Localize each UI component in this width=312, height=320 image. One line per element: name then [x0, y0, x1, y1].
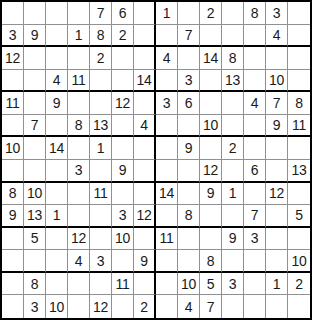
empty-cell-r8c8[interactable]: [156, 160, 178, 183]
empty-cell-r5c10[interactable]: [200, 92, 222, 115]
given-cell-r8c6[interactable]: 9: [112, 160, 134, 183]
empty-cell-r12c8[interactable]: [156, 250, 178, 273]
empty-cell-r5c11[interactable]: [222, 92, 244, 115]
empty-cell-r13c7[interactable]: [134, 273, 156, 296]
empty-cell-r9c6[interactable]: [112, 183, 134, 206]
given-cell-r2c1[interactable]: 3: [2, 25, 24, 48]
given-cell-r3c11[interactable]: 8: [222, 47, 244, 70]
empty-cell-r9c4[interactable]: [68, 183, 90, 206]
given-cell-r10c7[interactable]: 12: [134, 205, 156, 228]
given-cell-r11c8[interactable]: 11: [156, 228, 178, 251]
empty-cell-r7c14[interactable]: [288, 137, 310, 160]
empty-cell-r11c3[interactable]: [46, 228, 68, 251]
given-cell-r12c4[interactable]: 4: [68, 250, 90, 273]
given-cell-r1c8[interactable]: 1: [156, 2, 178, 25]
empty-cell-r11c14[interactable]: [288, 228, 310, 251]
given-cell-r9c8[interactable]: 14: [156, 183, 178, 206]
empty-cell-r11c7[interactable]: [134, 228, 156, 251]
given-cell-r6c7[interactable]: 4: [134, 115, 156, 138]
given-cell-r11c11[interactable]: 9: [222, 228, 244, 251]
given-cell-r1c12[interactable]: 8: [244, 2, 266, 25]
empty-cell-r14c11[interactable]: [222, 295, 244, 318]
empty-cell-r8c13[interactable]: [266, 160, 288, 183]
given-cell-r1c13[interactable]: 3: [266, 2, 288, 25]
empty-cell-r4c12[interactable]: [244, 70, 266, 93]
given-cell-r9c2[interactable]: 10: [24, 183, 46, 206]
given-cell-r6c2[interactable]: 7: [24, 115, 46, 138]
empty-cell-r11c13[interactable]: [266, 228, 288, 251]
given-cell-r12c7[interactable]: 9: [134, 250, 156, 273]
empty-cell-r1c3[interactable]: [46, 2, 68, 25]
empty-cell-r10c11[interactable]: [222, 205, 244, 228]
empty-cell-r3c7[interactable]: [134, 47, 156, 70]
empty-cell-r4c10[interactable]: [200, 70, 222, 93]
empty-cell-r13c5[interactable]: [90, 273, 112, 296]
empty-cell-r5c5[interactable]: [90, 92, 112, 115]
empty-cell-r1c14[interactable]: [288, 2, 310, 25]
empty-cell-r1c7[interactable]: [134, 2, 156, 25]
empty-cell-r4c5[interactable]: [90, 70, 112, 93]
given-cell-r4c13[interactable]: 10: [266, 70, 288, 93]
given-cell-r2c5[interactable]: 8: [90, 25, 112, 48]
empty-cell-r12c3[interactable]: [46, 250, 68, 273]
empty-cell-r12c9[interactable]: [178, 250, 200, 273]
empty-cell-r3c9[interactable]: [178, 47, 200, 70]
given-cell-r12c10[interactable]: 8: [200, 250, 222, 273]
given-cell-r8c14[interactable]: 13: [288, 160, 310, 183]
given-cell-r2c9[interactable]: 7: [178, 25, 200, 48]
empty-cell-r12c1[interactable]: [2, 250, 24, 273]
given-cell-r14c9[interactable]: 4: [178, 295, 200, 318]
empty-cell-r11c1[interactable]: [2, 228, 24, 251]
given-cell-r10c3[interactable]: 1: [46, 205, 68, 228]
given-cell-r4c4[interactable]: 11: [68, 70, 90, 93]
empty-cell-r5c4[interactable]: [68, 92, 90, 115]
empty-cell-r10c4[interactable]: [68, 205, 90, 228]
empty-cell-r4c2[interactable]: [24, 70, 46, 93]
empty-cell-r3c13[interactable]: [266, 47, 288, 70]
empty-cell-r2c3[interactable]: [46, 25, 68, 48]
empty-cell-r11c5[interactable]: [90, 228, 112, 251]
empty-cell-r9c7[interactable]: [134, 183, 156, 206]
given-cell-r9c13[interactable]: 12: [266, 183, 288, 206]
given-cell-r12c5[interactable]: 3: [90, 250, 112, 273]
empty-cell-r6c1[interactable]: [2, 115, 24, 138]
given-cell-r14c10[interactable]: 7: [200, 295, 222, 318]
given-cell-r1c10[interactable]: 2: [200, 2, 222, 25]
given-cell-r3c1[interactable]: 12: [2, 47, 24, 70]
empty-cell-r10c13[interactable]: [266, 205, 288, 228]
empty-cell-r8c9[interactable]: [178, 160, 200, 183]
given-cell-r14c3[interactable]: 10: [46, 295, 68, 318]
empty-cell-r6c11[interactable]: [222, 115, 244, 138]
empty-cell-r9c3[interactable]: [46, 183, 68, 206]
given-cell-r9c11[interactable]: 1: [222, 183, 244, 206]
empty-cell-r12c13[interactable]: [266, 250, 288, 273]
given-cell-r5c6[interactable]: 12: [112, 92, 134, 115]
given-cell-r4c11[interactable]: 13: [222, 70, 244, 93]
given-cell-r1c6[interactable]: 6: [112, 2, 134, 25]
given-cell-r12c14[interactable]: 10: [288, 250, 310, 273]
empty-cell-r3c3[interactable]: [46, 47, 68, 70]
given-cell-r7c9[interactable]: 9: [178, 137, 200, 160]
given-cell-r8c10[interactable]: 12: [200, 160, 222, 183]
empty-cell-r9c14[interactable]: [288, 183, 310, 206]
given-cell-r5c1[interactable]: 11: [2, 92, 24, 115]
empty-cell-r7c7[interactable]: [134, 137, 156, 160]
empty-cell-r4c6[interactable]: [112, 70, 134, 93]
given-cell-r7c11[interactable]: 2: [222, 137, 244, 160]
empty-cell-r7c6[interactable]: [112, 137, 134, 160]
given-cell-r14c2[interactable]: 3: [24, 295, 46, 318]
given-cell-r13c2[interactable]: 8: [24, 273, 46, 296]
given-cell-r10c6[interactable]: 3: [112, 205, 134, 228]
given-cell-r11c2[interactable]: 5: [24, 228, 46, 251]
sudoku-board: 7612833918274122414841114313101191236478…: [0, 0, 312, 320]
given-cell-r13c13[interactable]: 1: [266, 273, 288, 296]
empty-cell-r2c11[interactable]: [222, 25, 244, 48]
given-cell-r6c10[interactable]: 10: [200, 115, 222, 138]
empty-cell-r13c1[interactable]: [2, 273, 24, 296]
given-cell-r10c12[interactable]: 7: [244, 205, 266, 228]
given-cell-r9c1[interactable]: 8: [2, 183, 24, 206]
empty-cell-r14c6[interactable]: [112, 295, 134, 318]
given-cell-r6c4[interactable]: 8: [68, 115, 90, 138]
given-cell-r14c7[interactable]: 2: [134, 295, 156, 318]
given-cell-r11c4[interactable]: 12: [68, 228, 90, 251]
empty-cell-r12c11[interactable]: [222, 250, 244, 273]
given-cell-r6c13[interactable]: 9: [266, 115, 288, 138]
given-cell-r5c3[interactable]: 9: [46, 92, 68, 115]
given-cell-r8c12[interactable]: 6: [244, 160, 266, 183]
empty-cell-r8c5[interactable]: [90, 160, 112, 183]
empty-cell-r12c12[interactable]: [244, 250, 266, 273]
empty-cell-r13c12[interactable]: [244, 273, 266, 296]
given-cell-r13c9[interactable]: 10: [178, 273, 200, 296]
empty-cell-r6c3[interactable]: [46, 115, 68, 138]
given-cell-r10c9[interactable]: 8: [178, 205, 200, 228]
empty-cell-r1c9[interactable]: [178, 2, 200, 25]
empty-cell-r14c8[interactable]: [156, 295, 178, 318]
empty-cell-r7c4[interactable]: [68, 137, 90, 160]
given-cell-r5c12[interactable]: 4: [244, 92, 266, 115]
given-cell-r5c8[interactable]: 3: [156, 92, 178, 115]
empty-cell-r6c8[interactable]: [156, 115, 178, 138]
empty-cell-r6c12[interactable]: [244, 115, 266, 138]
empty-cell-r14c13[interactable]: [266, 295, 288, 318]
empty-cell-r7c12[interactable]: [244, 137, 266, 160]
empty-cell-r13c3[interactable]: [46, 273, 68, 296]
given-cell-r9c5[interactable]: 11: [90, 183, 112, 206]
empty-cell-r9c12[interactable]: [244, 183, 266, 206]
empty-cell-r8c11[interactable]: [222, 160, 244, 183]
given-cell-r4c9[interactable]: 3: [178, 70, 200, 93]
empty-cell-r10c8[interactable]: [156, 205, 178, 228]
empty-cell-r14c4[interactable]: [68, 295, 90, 318]
given-cell-r11c12[interactable]: 3: [244, 228, 266, 251]
given-cell-r6c5[interactable]: 13: [90, 115, 112, 138]
given-cell-r13c6[interactable]: 11: [112, 273, 134, 296]
empty-cell-r10c10[interactable]: [200, 205, 222, 228]
empty-cell-r3c4[interactable]: [68, 47, 90, 70]
given-cell-r4c7[interactable]: 14: [134, 70, 156, 93]
empty-cell-r4c14[interactable]: [288, 70, 310, 93]
empty-cell-r11c10[interactable]: [200, 228, 222, 251]
empty-cell-r6c9[interactable]: [178, 115, 200, 138]
given-cell-r3c8[interactable]: 4: [156, 47, 178, 70]
empty-cell-r7c13[interactable]: [266, 137, 288, 160]
empty-cell-r4c1[interactable]: [2, 70, 24, 93]
given-cell-r3c10[interactable]: 14: [200, 47, 222, 70]
empty-cell-r12c6[interactable]: [112, 250, 134, 273]
given-cell-r1c5[interactable]: 7: [90, 2, 112, 25]
given-cell-r13c14[interactable]: 2: [288, 273, 310, 296]
empty-cell-r3c14[interactable]: [288, 47, 310, 70]
empty-cell-r2c10[interactable]: [200, 25, 222, 48]
empty-cell-r5c7[interactable]: [134, 92, 156, 115]
empty-cell-r1c11[interactable]: [222, 2, 244, 25]
empty-cell-r8c3[interactable]: [46, 160, 68, 183]
empty-cell-r14c1[interactable]: [2, 295, 24, 318]
given-cell-r8c4[interactable]: 3: [68, 160, 90, 183]
empty-cell-r3c2[interactable]: [24, 47, 46, 70]
empty-cell-r3c12[interactable]: [244, 47, 266, 70]
empty-cell-r14c14[interactable]: [288, 295, 310, 318]
empty-cell-r13c4[interactable]: [68, 273, 90, 296]
empty-cell-r6c6[interactable]: [112, 115, 134, 138]
empty-cell-r5c2[interactable]: [24, 92, 46, 115]
empty-cell-r7c8[interactable]: [156, 137, 178, 160]
empty-cell-r1c4[interactable]: [68, 2, 90, 25]
empty-cell-r3c6[interactable]: [112, 47, 134, 70]
empty-cell-r7c10[interactable]: [200, 137, 222, 160]
empty-cell-r14c12[interactable]: [244, 295, 266, 318]
given-cell-r2c13[interactable]: 4: [266, 25, 288, 48]
empty-cell-r4c8[interactable]: [156, 70, 178, 93]
empty-cell-r13c8[interactable]: [156, 273, 178, 296]
given-cell-r13c11[interactable]: 3: [222, 273, 244, 296]
given-cell-r2c6[interactable]: 2: [112, 25, 134, 48]
given-cell-r5c9[interactable]: 6: [178, 92, 200, 115]
empty-cell-r8c1[interactable]: [2, 160, 24, 183]
given-cell-r11c6[interactable]: 10: [112, 228, 134, 251]
empty-cell-r12c2[interactable]: [24, 250, 46, 273]
given-cell-r10c2[interactable]: 13: [24, 205, 46, 228]
empty-cell-r1c1[interactable]: [2, 2, 24, 25]
empty-cell-r9c9[interactable]: [178, 183, 200, 206]
given-cell-r7c5[interactable]: 1: [90, 137, 112, 160]
empty-cell-r2c7[interactable]: [134, 25, 156, 48]
empty-cell-r2c12[interactable]: [244, 25, 266, 48]
empty-cell-r10c5[interactable]: [90, 205, 112, 228]
empty-cell-r8c2[interactable]: [24, 160, 46, 183]
given-cell-r10c1[interactable]: 9: [2, 205, 24, 228]
empty-cell-r7c2[interactable]: [24, 137, 46, 160]
given-cell-r5c13[interactable]: 7: [266, 92, 288, 115]
given-cell-r7c3[interactable]: 14: [46, 137, 68, 160]
given-cell-r2c2[interactable]: 9: [24, 25, 46, 48]
given-cell-r9c10[interactable]: 9: [200, 183, 222, 206]
given-cell-r7c1[interactable]: 10: [2, 137, 24, 160]
given-cell-r10c14[interactable]: 5: [288, 205, 310, 228]
given-cell-r13c10[interactable]: 5: [200, 273, 222, 296]
given-cell-r3c5[interactable]: 2: [90, 47, 112, 70]
empty-cell-r8c7[interactable]: [134, 160, 156, 183]
empty-cell-r11c9[interactable]: [178, 228, 200, 251]
given-cell-r4c3[interactable]: 4: [46, 70, 68, 93]
given-cell-r6c14[interactable]: 11: [288, 115, 310, 138]
given-cell-r14c5[interactable]: 12: [90, 295, 112, 318]
empty-cell-r2c8[interactable]: [156, 25, 178, 48]
given-cell-r5c14[interactable]: 8: [288, 92, 310, 115]
given-cell-r2c4[interactable]: 1: [68, 25, 90, 48]
empty-cell-r1c2[interactable]: [24, 2, 46, 25]
empty-cell-r2c14[interactable]: [288, 25, 310, 48]
